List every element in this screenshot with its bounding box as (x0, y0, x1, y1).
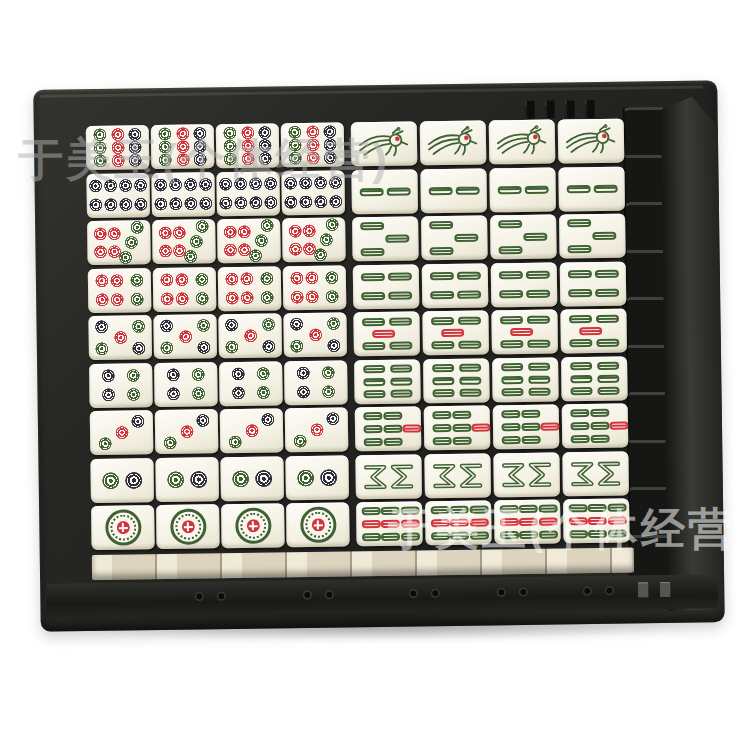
bamboo-stick (528, 375, 550, 383)
tile-1p (286, 502, 350, 547)
bamboo-stick (499, 271, 523, 279)
circle-pip (314, 248, 327, 261)
circle-pip (108, 227, 121, 240)
circle-pip (160, 320, 173, 333)
latch-tab (660, 582, 670, 597)
circle-pip (322, 385, 335, 398)
bamboo-stick (431, 341, 454, 349)
circle-pip (158, 226, 171, 239)
bamboo-stick (364, 377, 386, 385)
circle-pip (192, 368, 205, 381)
circle-pip (134, 179, 147, 192)
bamboo-stick (568, 517, 587, 525)
bamboo-stick (388, 292, 412, 300)
tile-9s (425, 500, 492, 545)
tile-8p (151, 172, 215, 217)
tile-4p (154, 362, 218, 407)
zigzag-graphic (562, 451, 629, 496)
circle-pip (176, 127, 189, 140)
tile-4s (422, 263, 489, 308)
bamboo-stick (361, 520, 380, 528)
tile-3p (90, 410, 154, 455)
tile-9p (86, 125, 150, 170)
bamboo-stick (539, 518, 558, 526)
bamboo-stick (401, 532, 420, 540)
circle-pip (154, 179, 167, 192)
tile-4s (353, 264, 420, 309)
circle-pip (225, 291, 238, 304)
bamboo-stick (361, 507, 380, 515)
circle-pip (327, 317, 340, 330)
bamboo-stick (522, 423, 541, 431)
circle-pip (95, 321, 108, 334)
bamboo-stick (459, 376, 481, 384)
circle-pip (297, 386, 310, 399)
bamboo-stick (470, 518, 489, 526)
tile-tray (86, 119, 633, 554)
bamboo-stick (381, 520, 400, 528)
circle-pip (111, 154, 124, 167)
bamboo-stick (458, 317, 481, 325)
bamboo-stick (384, 412, 403, 420)
circle-pip (131, 221, 144, 234)
big-circle-pip (105, 509, 141, 545)
tile-7s (424, 405, 491, 450)
circle-pip (160, 292, 173, 305)
circle-pip (326, 290, 339, 303)
circle-pip (259, 152, 272, 165)
tile-4s (491, 262, 558, 307)
circle-pip (232, 367, 245, 380)
circle-pip (306, 152, 319, 165)
bamboo-stick (433, 389, 455, 397)
bamboo-stick (455, 186, 479, 194)
circle-pip (229, 436, 242, 449)
bamboo-stick (385, 235, 409, 243)
circle-pip (290, 318, 303, 331)
rivet-hole (584, 588, 590, 594)
tile-8p (281, 170, 345, 215)
bamboo-stick (527, 339, 550, 347)
bamboo-stick (568, 504, 587, 512)
tile-2s (351, 169, 418, 214)
bamboo-zigzag-icon (570, 459, 620, 488)
circle-pip (241, 291, 254, 304)
case-right-rail (622, 96, 724, 611)
circle-pip (102, 388, 115, 401)
circle-pip (288, 224, 301, 237)
circle-pip (329, 195, 342, 208)
bamboo-stick (571, 387, 593, 395)
tile-1s (351, 121, 418, 166)
tile-6s (354, 359, 421, 404)
circle-pip (323, 125, 336, 138)
circle-pip (102, 369, 115, 382)
bamboo-stick (579, 327, 602, 335)
tile-2p (285, 455, 349, 500)
circle-pip (256, 469, 273, 486)
bamboo-stick (608, 504, 627, 512)
bamboo-stick (384, 437, 403, 445)
bamboo-stick (361, 292, 385, 300)
circle-pip (127, 388, 140, 401)
bamboo-stick (431, 317, 454, 325)
bamboo-stick (501, 436, 520, 444)
circle-pip (324, 151, 337, 164)
bamboo-stick (450, 532, 469, 540)
bird-graphic (558, 119, 625, 164)
zigzag-graphic (493, 452, 560, 497)
circle-pip (126, 471, 143, 488)
bamboo-stick (523, 233, 547, 241)
circle-pip (325, 271, 338, 284)
rivet-hole (304, 592, 310, 598)
circle-pip (297, 469, 314, 486)
circle-pip (104, 179, 117, 192)
bamboo-stick (389, 341, 412, 349)
bamboo-stick (501, 423, 520, 431)
bamboo-stick (384, 425, 403, 433)
circle-pip (249, 249, 262, 262)
tile-7p (282, 217, 346, 262)
tile-5p (283, 312, 347, 357)
bamboo-stick (568, 289, 592, 297)
circle-pip (234, 196, 247, 209)
circle-pip (289, 243, 302, 256)
circle-pip (285, 195, 298, 208)
circle-pip (320, 233, 333, 246)
bamboo-stick (430, 506, 449, 514)
circle-pip (99, 438, 112, 451)
tile-8p (216, 171, 280, 216)
circle-pip (184, 197, 197, 210)
tile-row (88, 261, 630, 313)
circle-pip (159, 154, 172, 167)
bamboo-stick (363, 438, 382, 446)
bamboo-stick (433, 364, 455, 372)
bamboo-stick (441, 329, 464, 337)
bamboo-stick (597, 387, 619, 395)
bamboo-stick (381, 532, 400, 540)
circle-pip (134, 197, 147, 210)
circle-pip (290, 339, 303, 352)
tile-5p (88, 315, 152, 360)
tile-9s (356, 501, 423, 546)
tile-6s (561, 356, 628, 401)
circle-pip (259, 139, 272, 152)
bamboo-stick (539, 530, 558, 538)
circle-pip (155, 197, 168, 210)
bamboo-stick (588, 504, 607, 512)
circle-pip (232, 470, 249, 487)
circle-pip (310, 423, 323, 436)
bamboo-stick (568, 530, 587, 538)
circle-pip (191, 470, 208, 487)
circle-pip (184, 250, 197, 263)
tile-4p (89, 363, 153, 408)
mahjong-case (33, 80, 725, 631)
circle-pip (131, 293, 144, 306)
bamboo-stick (433, 376, 455, 384)
bamboo-stick (470, 506, 489, 514)
circle-pip (306, 290, 319, 303)
tile-5p (218, 313, 282, 358)
bird-graphic (489, 120, 556, 165)
circle-pip (290, 272, 303, 285)
circle-pip (119, 179, 132, 192)
bamboo-stick (363, 412, 382, 420)
circle-pip (224, 244, 237, 257)
circle-pip (261, 219, 274, 232)
circle-pip (284, 177, 297, 190)
circle-pip (119, 250, 132, 263)
tile-7p (87, 220, 151, 265)
tile-row (90, 451, 632, 503)
bamboo-bird-icon (357, 127, 411, 162)
tile-3s (559, 214, 626, 259)
bamboo-stick (568, 270, 592, 278)
bamboo-bird-icon (564, 124, 618, 159)
tile-3p (285, 407, 349, 452)
bamboo-stick (502, 363, 524, 371)
bamboo-stick (430, 532, 449, 540)
rivet-hole (498, 589, 504, 595)
lid-tooth (565, 100, 574, 118)
bamboo-stick (498, 246, 522, 254)
tile-5s (491, 310, 558, 355)
bamboo-stick (499, 518, 518, 526)
tile-1p (221, 503, 285, 548)
circle-pip (322, 366, 335, 379)
circle-pip (262, 318, 275, 331)
tile-5s (353, 311, 420, 356)
circle-pip (115, 426, 128, 439)
tile-7s (355, 406, 422, 451)
tile-4p (284, 360, 348, 405)
circle-pip (111, 128, 124, 141)
bamboo-stick (570, 409, 589, 417)
bamboo-stick (519, 531, 538, 539)
circle-pip (303, 224, 316, 237)
circle-pip (306, 125, 319, 138)
big-circle-pip (235, 508, 271, 544)
circle-pip (158, 127, 171, 140)
lid-tooth (585, 100, 594, 118)
case-right-rail-wall (660, 96, 724, 611)
bamboo-stick (401, 507, 420, 515)
circle-pip (225, 273, 238, 286)
circle-pip (199, 178, 212, 191)
circle-pip (199, 197, 212, 210)
bamboo-stick (540, 422, 559, 430)
circle-pip (160, 274, 173, 287)
circle-pip (167, 368, 180, 381)
big-circle-pip (170, 508, 206, 544)
bamboo-stick (596, 339, 619, 347)
circle-pip (158, 140, 171, 153)
rivet-hole (196, 593, 202, 599)
bamboo-stick (498, 220, 522, 228)
big-circle-core (116, 521, 129, 534)
circle-pip (194, 140, 207, 153)
tile-2p (220, 456, 284, 501)
circle-pip (160, 341, 173, 354)
circle-pip (197, 319, 210, 332)
tile-8s (493, 452, 560, 497)
tile-2s (558, 166, 625, 211)
tile-6p (283, 265, 347, 310)
bamboo-stick (432, 437, 451, 445)
tile-2s (420, 168, 487, 213)
bamboo-stick (528, 362, 550, 370)
circle-pip (324, 138, 337, 151)
case-lid-teeth (525, 100, 594, 119)
bamboo-stick (457, 271, 481, 279)
bamboo-stick (591, 422, 610, 430)
bamboo-stick (360, 222, 384, 230)
bamboo-stick (372, 330, 395, 338)
circle-pip (261, 413, 274, 426)
circle-pip (159, 245, 172, 258)
circle-pip (309, 328, 322, 341)
bamboo-stick (597, 361, 619, 369)
circle-pip (111, 293, 124, 306)
circle-pip (130, 274, 143, 287)
circle-pip (192, 387, 205, 400)
tile-row (89, 356, 631, 408)
tile-row (90, 403, 632, 455)
tile-8s (355, 454, 422, 499)
tile-7s (493, 404, 560, 449)
circle-pip (240, 272, 253, 285)
circle-pip (224, 153, 237, 166)
rivet-hole (432, 590, 438, 596)
bamboo-stick (453, 411, 472, 419)
big-circle-pip (300, 507, 336, 543)
tile-3s (352, 216, 419, 261)
bamboo-stick (596, 315, 619, 323)
circle-pip (244, 329, 257, 342)
circle-pip (176, 292, 189, 305)
tile-7p (152, 219, 216, 264)
bamboo-stick (501, 410, 520, 418)
bamboo-stick (567, 219, 591, 227)
tile-3s (490, 215, 557, 260)
bamboo-stick (390, 364, 412, 372)
circle-pip (180, 425, 193, 438)
product-photo: 于美玉(个体经营) 于美玉(个体经营) (0, 0, 750, 750)
bamboo-stick (519, 505, 538, 513)
circle-pip (125, 236, 138, 249)
tile-9p (281, 122, 345, 167)
tile-5s (560, 309, 627, 354)
bamboo-stick (608, 529, 627, 537)
bamboo-stick (432, 424, 451, 432)
circle-pip (164, 437, 177, 450)
tile-row (91, 498, 633, 550)
circle-pip (288, 139, 301, 152)
circle-pip (195, 273, 208, 286)
bamboo-stick (498, 185, 522, 193)
bamboo-stick (429, 186, 453, 194)
bamboo-stick (510, 328, 533, 336)
circle-pip (110, 274, 123, 287)
tile-6p (218, 266, 282, 311)
circle-pip (223, 139, 236, 152)
circle-pip (234, 178, 247, 191)
tile-5p (153, 314, 217, 359)
rivet-hole (410, 591, 416, 597)
circle-pip (129, 154, 142, 167)
bamboo-stick (450, 506, 469, 514)
bamboo-stick (360, 187, 384, 195)
circle-pip (93, 128, 106, 141)
bamboo-stick (571, 362, 593, 370)
big-circle-core (181, 520, 194, 533)
circle-pip (223, 126, 236, 139)
bamboo-stick (567, 245, 591, 253)
bamboo-bird-icon (426, 126, 480, 161)
rivet-hole (218, 593, 224, 599)
bamboo-zigzag-icon (501, 460, 551, 489)
circle-pip (167, 387, 180, 400)
circle-pip (290, 290, 303, 303)
bamboo-stick (526, 270, 550, 278)
bamboo-stick (591, 435, 610, 443)
circle-pip (119, 198, 132, 211)
circle-pip (95, 293, 108, 306)
bamboo-stick (588, 517, 607, 525)
circle-pip (257, 367, 270, 380)
bamboo-stick (569, 315, 592, 323)
circle-pip (326, 219, 339, 232)
circle-pip (129, 141, 142, 154)
tile-6s (492, 357, 559, 402)
circle-pip (297, 366, 310, 379)
tile-6p (88, 268, 152, 313)
bamboo-stick (519, 518, 538, 526)
bamboo-stick (471, 423, 490, 431)
circle-pip (262, 339, 275, 352)
bamboo-stick (588, 530, 607, 538)
circle-pip (127, 369, 140, 382)
tile-row (86, 166, 628, 218)
circle-pip (261, 291, 274, 304)
tile-6s (423, 358, 490, 403)
circle-pip (306, 138, 319, 151)
bamboo-stick (528, 388, 550, 396)
bamboo-stick (389, 318, 412, 326)
bamboo-stick (390, 390, 412, 398)
bamboo-stick (499, 290, 523, 298)
bamboo-zigzag-icon (432, 461, 482, 490)
circle-pip (169, 178, 182, 191)
latch-tab (638, 582, 648, 597)
tile-1p (156, 504, 220, 549)
bamboo-stick (522, 410, 541, 418)
zigzag-graphic (424, 453, 491, 498)
circle-pip (241, 139, 254, 152)
circle-pip (173, 226, 186, 239)
circle-pip (305, 272, 318, 285)
bamboo-stick (429, 221, 453, 229)
bamboo-bird-icon (495, 125, 549, 160)
lid-tooth (525, 101, 534, 119)
circle-pip (264, 196, 277, 209)
circle-pip (219, 178, 232, 191)
tile-1s (489, 120, 556, 165)
circle-pip (179, 330, 192, 343)
